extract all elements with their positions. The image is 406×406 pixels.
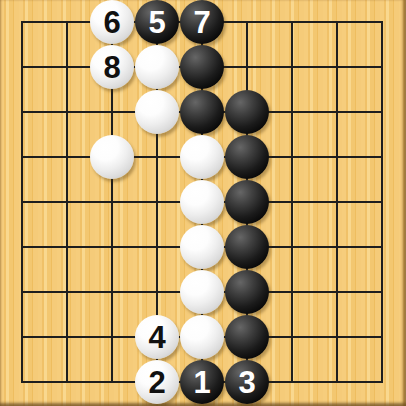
stone-white [180,135,224,179]
stone-black-move-1: 1 [180,360,224,404]
stone-white [180,180,224,224]
stone-white [180,315,224,359]
stone-black [225,90,269,134]
go-board[interactable]: 65784213 [0,0,406,406]
stone-white-move-8: 8 [90,45,134,89]
stone-black [180,45,224,89]
stone-black-move-7: 7 [180,0,224,44]
stone-black [225,135,269,179]
stone-white [180,270,224,314]
stone-black [180,90,224,134]
stone-black-move-5: 5 [135,0,179,44]
stone-white [90,135,134,179]
stone-white-move-6: 6 [90,0,134,44]
stone-black [225,315,269,359]
stone-white-move-2: 2 [135,360,179,404]
stone-black [225,180,269,224]
stone-white [135,45,179,89]
stone-black [225,270,269,314]
stone-white-move-4: 4 [135,315,179,359]
stone-black-move-3: 3 [225,360,269,404]
stone-white [135,90,179,134]
stone-white [180,225,224,269]
stone-black [225,225,269,269]
